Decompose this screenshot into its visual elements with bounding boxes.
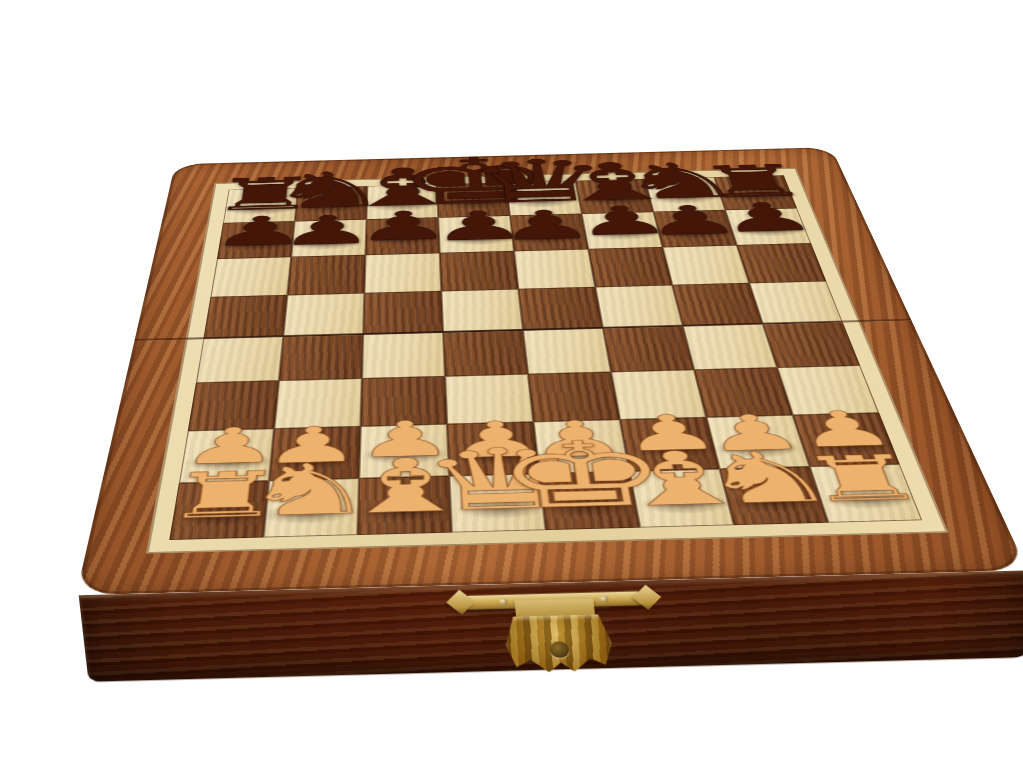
square-a1[interactable]: [169, 481, 269, 540]
square-b1[interactable]: [263, 478, 359, 537]
square-c5[interactable]: [363, 291, 443, 334]
square-b6[interactable]: [287, 255, 365, 295]
square-a5[interactable]: [203, 295, 287, 338]
square-f1[interactable]: [629, 469, 734, 528]
square-d3[interactable]: [445, 374, 533, 424]
square-a4[interactable]: [196, 336, 283, 383]
latch-diamond-left: [446, 590, 475, 615]
piece-black-pawn[interactable]: ♟: [277, 209, 375, 251]
product-photo-scene: Folding wooden magnetic travel chess box…: [0, 0, 1023, 767]
square-b4[interactable]: [279, 334, 363, 380]
square-h4[interactable]: [763, 322, 860, 368]
square-d4[interactable]: [443, 330, 528, 376]
square-e3[interactable]: [528, 372, 620, 422]
square-c1[interactable]: [358, 476, 452, 535]
square-f3[interactable]: [611, 370, 706, 420]
square-e4[interactable]: [523, 328, 611, 374]
latch-screw-left: [499, 598, 508, 605]
chess-box-top: ♜♞♝♚♛♝♞♜♟♟♟♟♟♟♟♟♟♟♟♟♟♟♟♟♜♞♝♛♚♝♞♜: [76, 147, 1023, 595]
square-g3[interactable]: [694, 368, 793, 418]
square-a3[interactable]: [188, 381, 279, 431]
square-c3[interactable]: [361, 376, 447, 426]
square-e1[interactable]: [539, 471, 640, 530]
square-g4[interactable]: [683, 324, 777, 370]
square-f4[interactable]: [603, 326, 694, 372]
square-e5[interactable]: [518, 287, 603, 330]
square-c4[interactable]: [362, 332, 445, 378]
square-d1[interactable]: [449, 474, 546, 533]
square-g2[interactable]: [706, 415, 809, 469]
square-b3[interactable]: [274, 378, 362, 428]
latch-diamond-right: [632, 585, 661, 610]
latch-screw-right: [600, 595, 609, 602]
